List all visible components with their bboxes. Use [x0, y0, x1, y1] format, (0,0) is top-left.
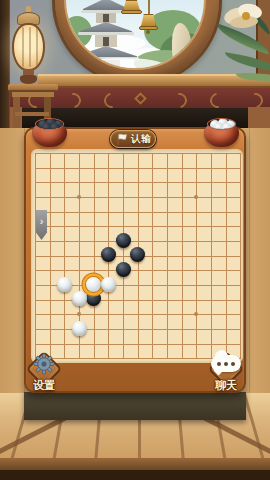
bowl-opening — [35, 118, 64, 130]
gear-icon — [33, 353, 55, 375]
stone-black — [101, 247, 116, 262]
stone-white — [72, 291, 87, 306]
stone-black — [116, 262, 131, 277]
star-point — [77, 195, 81, 199]
gold-scroll-motif — [101, 90, 122, 110]
floor-dark-band — [0, 458, 270, 470]
gold-diamond-motif — [134, 92, 147, 105]
settings-label: 设置 — [24, 378, 64, 392]
window-sill — [38, 74, 270, 88]
stone-white — [72, 321, 87, 336]
bubble-dot — [224, 362, 228, 366]
white-stone-bowl — [203, 115, 240, 147]
board-surface[interactable] — [31, 149, 243, 363]
lantern-stand — [20, 75, 37, 84]
pagoda-window — [103, 37, 109, 46]
bubble-dot — [231, 362, 235, 366]
bowl-opening — [207, 118, 236, 130]
bubble-dot — [217, 362, 221, 366]
stone-white-last-move — [86, 277, 101, 292]
gomoku-app-screen: › 认输 — [0, 0, 270, 480]
wood-pillar — [0, 0, 10, 130]
white-flag-icon — [115, 133, 128, 146]
stone-black — [116, 233, 131, 248]
stone-white — [57, 277, 72, 292]
floor-shadow-band — [0, 470, 270, 480]
lantern-rib — [36, 27, 38, 67]
stone-white — [101, 277, 116, 292]
room-background — [0, 0, 270, 130]
gold-scroll-motif — [207, 90, 228, 110]
lantern-icon — [12, 23, 45, 71]
pagoda-window — [103, 14, 109, 22]
lantern-rib — [29, 27, 31, 67]
lantern-rib — [22, 27, 24, 67]
gold-scroll-motif — [63, 90, 84, 110]
settings-button[interactable]: 设置 — [24, 352, 64, 394]
gold-scroll-motif — [169, 90, 190, 110]
bell-string — [148, 0, 150, 14]
table-edge-right — [248, 107, 270, 130]
resign-button[interactable]: 认输 — [110, 130, 156, 148]
resign-label: 认输 — [131, 134, 151, 144]
bell-rim — [121, 10, 142, 14]
bell-clapper — [146, 30, 150, 34]
flower-center — [242, 12, 250, 20]
black-stone-bowl — [31, 115, 68, 147]
chevron-right-icon: › — [40, 210, 44, 240]
chat-button[interactable]: 聊天 — [206, 352, 246, 394]
table-edge-under-board — [24, 392, 246, 420]
stool-top — [8, 84, 58, 92]
speech-bubble-icon — [211, 355, 241, 372]
chat-label: 聊天 — [206, 378, 246, 392]
